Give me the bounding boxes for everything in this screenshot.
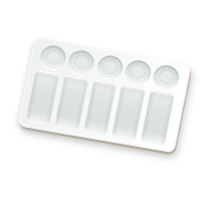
round-well-5 — [151, 63, 181, 91]
round-well-1-floor — [44, 48, 63, 66]
tray-rim — [21, 41, 187, 149]
rect-well-2 — [54, 74, 88, 130]
rect-well-3 — [83, 79, 117, 135]
round-well-3-floor — [100, 58, 119, 76]
round-well-4-floor — [128, 63, 147, 81]
rect-well-5 — [141, 89, 175, 145]
round-well-2-floor — [72, 53, 91, 71]
rect-well-4 — [112, 84, 146, 140]
paint-palette-tray — [17, 37, 191, 152]
round-well-5-floor — [157, 68, 176, 86]
round-well-4 — [123, 58, 153, 86]
round-well-3 — [95, 53, 125, 81]
photo-canvas — [0, 0, 200, 200]
rect-well-1 — [25, 69, 59, 125]
round-well-1 — [38, 43, 68, 71]
round-well-2 — [67, 48, 97, 76]
